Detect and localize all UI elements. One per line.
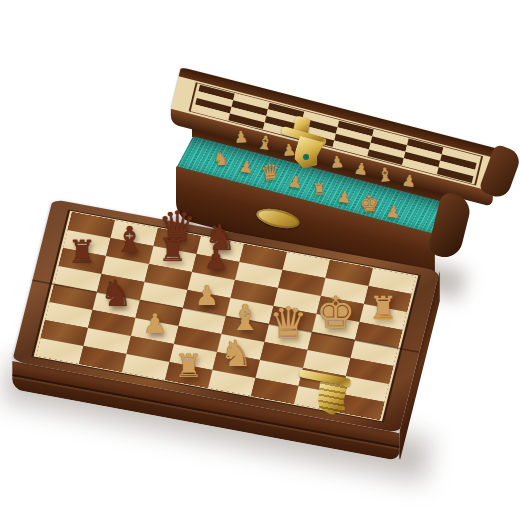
tray-piece-bishop: ♝: [255, 133, 274, 154]
tray-piece-pawn: ♟: [336, 189, 352, 207]
tray-piece-pawn: ♟: [287, 173, 303, 191]
tray-piece-pawn: ♟: [401, 173, 417, 191]
tray-piece-pawn: ♟: [233, 129, 248, 146]
piece-white-pawn-d5: ♟: [195, 282, 219, 309]
lid-clasp-dot-icon: [303, 154, 309, 160]
piece-white-rook-h6: ♜: [369, 292, 398, 324]
piece-black-pawn-d7: ♟: [204, 246, 228, 273]
tray-piece-pawn: ♟: [238, 158, 254, 176]
piece-black-rook-a6: ♜: [68, 236, 97, 268]
tray-piece-pawn: ♟: [329, 154, 344, 171]
tray-piece-knight: ♞: [212, 149, 229, 168]
piece-black-knight-b4: ♞: [100, 276, 132, 312]
piece-white-king-g5: ♚: [316, 291, 355, 335]
tray-piece-pawn: ♟: [353, 160, 369, 178]
scene: ♟♝♟♜♟♟♝♟♞♟♛♟♜♟♚♟ ♛♞♝♜♜♟♟♞♜♚♝♟♛♞♜: [0, 0, 520, 520]
piece-black-bishop-b7: ♝: [114, 222, 146, 258]
tray-piece-king: ♚: [358, 192, 379, 215]
tray-piece-rook: ♜: [312, 181, 327, 198]
tray-piece-pawn: ♟: [385, 204, 401, 222]
piece-black-rook-c7: ♜: [158, 234, 187, 266]
tray-piece-pawn: ♟: [281, 142, 296, 159]
tray-piece-bishop: ♝: [376, 165, 394, 185]
piece-white-rook-d1: ♜: [174, 350, 203, 382]
piece-white-queen-f4: ♛: [269, 302, 308, 345]
piece-white-bishop-e4: ♝: [229, 300, 261, 336]
tray-piece-queen: ♛: [260, 162, 281, 185]
piece-white-pawn-c3: ♟: [143, 310, 167, 337]
piece-white-knight-e2: ♞: [220, 336, 252, 372]
